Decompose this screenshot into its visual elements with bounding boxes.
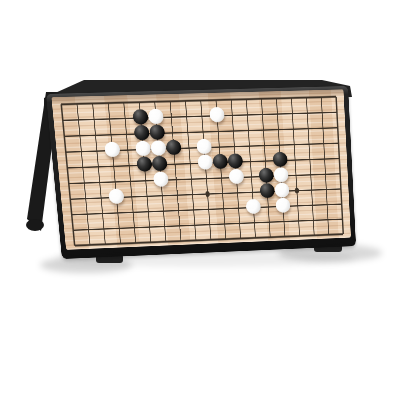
black-stone — [149, 124, 165, 140]
white-stone — [246, 199, 261, 214]
black-stone — [228, 153, 244, 168]
white-stone — [197, 154, 213, 169]
white-stone — [150, 140, 166, 155]
white-stone — [275, 198, 290, 213]
go-board — [46, 86, 356, 259]
white-stone — [108, 189, 124, 204]
white-stone — [274, 182, 289, 197]
left-leg-foot — [26, 219, 44, 231]
white-stone — [273, 167, 288, 182]
white-stone — [148, 109, 164, 125]
black-stone — [134, 125, 150, 141]
go-board-product-photo — [0, 0, 400, 400]
white-stone — [153, 171, 169, 186]
black-stone — [259, 168, 274, 183]
black-stone — [273, 152, 288, 167]
black-stone — [132, 109, 148, 125]
black-stone — [152, 156, 168, 171]
white-stone — [209, 107, 225, 122]
white-stone — [104, 142, 120, 158]
white-stone — [196, 139, 212, 154]
white-stone — [229, 169, 245, 184]
black-stone — [136, 156, 152, 171]
board-wood-surface — [51, 89, 351, 249]
black-stone — [166, 140, 182, 155]
black-stone — [212, 154, 228, 169]
white-stone — [135, 141, 151, 157]
stones-layer — [61, 97, 343, 246]
black-stone — [260, 183, 275, 198]
